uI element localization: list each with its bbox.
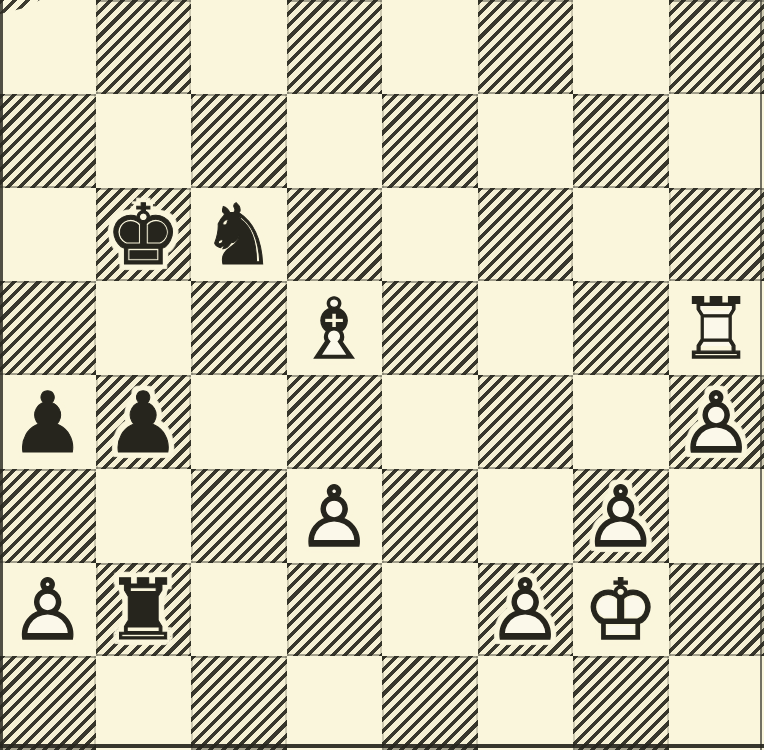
- white-pawn: ♟♙: [478, 563, 574, 657]
- square-b6: ♚: [96, 188, 192, 282]
- white-rook: ♜♖: [669, 281, 764, 375]
- square-f5: [478, 281, 574, 375]
- square-h4: ♟♙: [669, 375, 764, 469]
- square-e1: [382, 656, 478, 750]
- square-c5: [191, 281, 287, 375]
- white-pawn: ♟♙: [669, 375, 764, 469]
- square-g8: [573, 0, 669, 94]
- square-d6: [287, 188, 383, 282]
- square-g5: [573, 281, 669, 375]
- square-a6: [0, 188, 96, 282]
- square-a5: [0, 281, 96, 375]
- square-c4: [191, 375, 287, 469]
- square-d1: [287, 656, 383, 750]
- square-f4: [478, 375, 574, 469]
- piece-outline: ♙: [0, 563, 96, 657]
- square-e8: [382, 0, 478, 94]
- square-h1: [669, 656, 764, 750]
- square-c7: [191, 94, 287, 188]
- board-border-right: [760, 0, 762, 750]
- square-c8: [191, 0, 287, 94]
- square-g6: [573, 188, 669, 282]
- piece-outline: ♗: [287, 281, 383, 375]
- square-a4: ♟: [0, 375, 96, 469]
- square-e7: [382, 94, 478, 188]
- square-a3: [0, 469, 96, 563]
- square-b8: [96, 0, 192, 94]
- square-b7: [96, 94, 192, 188]
- square-f8: [478, 0, 574, 94]
- square-a2: ♟♙: [0, 563, 96, 657]
- square-b5: [96, 281, 192, 375]
- square-f1: [478, 656, 574, 750]
- square-d7: [287, 94, 383, 188]
- square-h3: [669, 469, 764, 563]
- black-pawn: ♟: [96, 375, 192, 469]
- square-b1: [96, 656, 192, 750]
- white-pawn: ♟♙: [287, 469, 383, 563]
- square-h8: [669, 0, 764, 94]
- square-e4: [382, 375, 478, 469]
- square-d3: ♟♙: [287, 469, 383, 563]
- board-border-bottom: [0, 744, 764, 748]
- piece-outline: ♙: [287, 469, 383, 563]
- white-pawn: ♟♙: [573, 469, 669, 563]
- piece-outline: ♙: [478, 563, 574, 657]
- black-pawn: ♟: [0, 375, 96, 469]
- square-h2: [669, 563, 764, 657]
- square-e3: [382, 469, 478, 563]
- square-b2: ♜: [96, 563, 192, 657]
- square-a1: [0, 656, 96, 750]
- square-f2: ♟♙: [478, 563, 574, 657]
- square-g3: ♟♙: [573, 469, 669, 563]
- black-knight: ♞: [191, 188, 287, 282]
- black-king: ♚: [96, 188, 192, 282]
- square-g1: [573, 656, 669, 750]
- chess-board: ♚♞♝♗♜♖♟♟♟♙♟♙♟♙♟♙♜♟♙♚♔: [0, 0, 764, 750]
- square-a8: [0, 0, 96, 94]
- white-pawn: ♟♙: [0, 563, 96, 657]
- board-border-left: [0, 0, 3, 750]
- square-g4: [573, 375, 669, 469]
- piece-outline: ♙: [573, 469, 669, 563]
- square-h6: [669, 188, 764, 282]
- square-d5: ♝♗: [287, 281, 383, 375]
- square-c1: [191, 656, 287, 750]
- square-b4: ♟: [96, 375, 192, 469]
- square-f6: [478, 188, 574, 282]
- square-e6: [382, 188, 478, 282]
- square-h7: [669, 94, 764, 188]
- square-g2: ♚♔: [573, 563, 669, 657]
- square-c2: [191, 563, 287, 657]
- white-bishop: ♝♗: [287, 281, 383, 375]
- square-d8: [287, 0, 383, 94]
- square-d4: [287, 375, 383, 469]
- square-g7: [573, 94, 669, 188]
- piece-outline: ♖: [669, 281, 764, 375]
- square-e2: [382, 563, 478, 657]
- black-rook: ♜: [96, 563, 192, 657]
- square-a7: [0, 94, 96, 188]
- square-f3: [478, 469, 574, 563]
- square-d2: [287, 563, 383, 657]
- square-b3: [96, 469, 192, 563]
- square-h5: ♜♖: [669, 281, 764, 375]
- square-e5: [382, 281, 478, 375]
- white-king: ♚♔: [573, 563, 669, 657]
- piece-outline: ♙: [669, 375, 764, 469]
- piece-outline: ♔: [573, 563, 669, 657]
- square-f7: [478, 94, 574, 188]
- square-c3: [191, 469, 287, 563]
- square-c6: ♞: [191, 188, 287, 282]
